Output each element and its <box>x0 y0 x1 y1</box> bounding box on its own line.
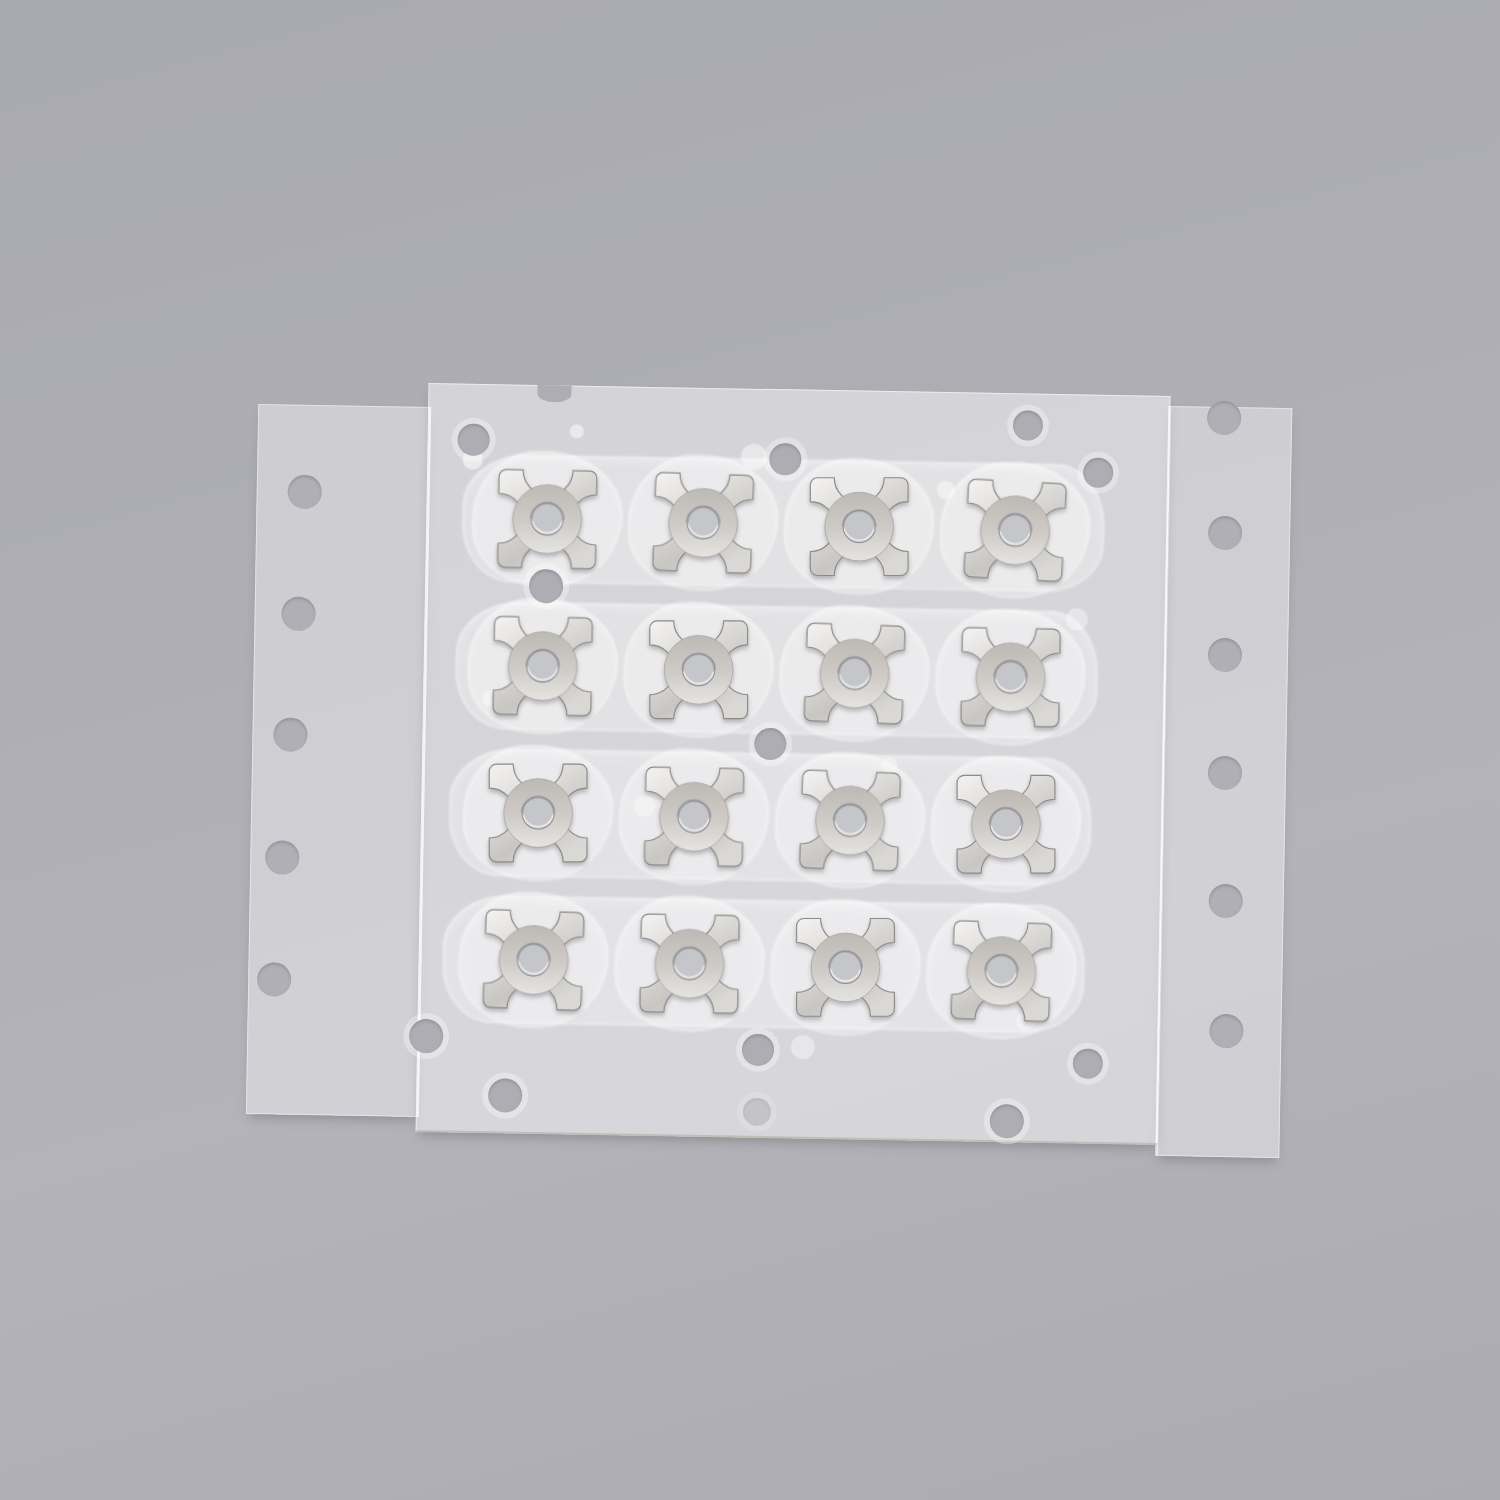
carrier-sheet <box>243 374 1288 1158</box>
metal-dome-icon <box>486 761 590 865</box>
metal-dome-r4c1 <box>480 906 588 1014</box>
metal-dome-r1c3 <box>807 475 911 579</box>
metal-dome-icon <box>958 624 1064 730</box>
metal-dome-icon <box>490 613 596 719</box>
metal-dome-r2c3 <box>801 620 909 728</box>
metal-dome-icon <box>948 917 1056 1025</box>
metal-dome-icon <box>647 618 751 722</box>
photo-scene <box>0 0 1500 1500</box>
metal-dome-r1c2 <box>649 469 757 577</box>
metal-dome-icon <box>807 475 911 579</box>
metal-dome-icon <box>954 772 1058 876</box>
metal-dome-icon <box>793 915 897 1019</box>
metal-dome-icon <box>480 906 588 1014</box>
metal-dome-r2c2 <box>647 618 751 722</box>
top-edge-notch <box>537 385 571 403</box>
metal-dome-r1c1 <box>494 466 600 572</box>
metal-dome-r3c4 <box>954 772 1058 876</box>
metal-dome-r3c1 <box>486 761 590 865</box>
metal-dome-r2c1 <box>490 613 596 719</box>
metal-dome-r4c4 <box>948 917 1056 1025</box>
metal-dome-r3c2 <box>641 764 747 870</box>
metal-dome-r4c3 <box>793 915 897 1019</box>
metal-dome-icon <box>649 469 757 577</box>
metal-dome-icon <box>801 620 909 728</box>
metal-dome-icon <box>641 764 747 870</box>
metal-dome-icon <box>796 767 904 875</box>
left-perforated-strip <box>246 404 431 1117</box>
metal-dome-icon <box>961 476 1070 585</box>
metal-dome-r4c2 <box>637 911 743 1017</box>
metal-dome-icon <box>494 466 600 572</box>
metal-dome-r1c4 <box>961 476 1070 585</box>
metal-dome-icon <box>637 911 743 1017</box>
metal-dome-r2c4 <box>958 624 1064 730</box>
metal-dome-r3c3 <box>796 767 904 875</box>
